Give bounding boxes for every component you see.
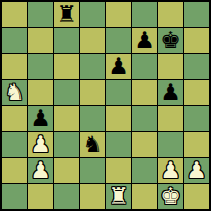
square-f3[interactable] xyxy=(132,132,157,157)
piece-white-pawn[interactable]: ♟ xyxy=(160,158,181,183)
square-g1[interactable]: ♚ xyxy=(158,184,183,209)
square-d6[interactable] xyxy=(80,54,105,79)
square-b5[interactable] xyxy=(28,80,53,105)
square-h1[interactable] xyxy=(184,184,209,209)
square-f1[interactable] xyxy=(132,184,157,209)
square-g4[interactable] xyxy=(158,106,183,131)
square-e1[interactable]: ♜ xyxy=(106,184,131,209)
square-h3[interactable] xyxy=(184,132,209,157)
square-g6[interactable] xyxy=(158,54,183,79)
square-b3[interactable]: ♟ xyxy=(28,132,53,157)
piece-black-king[interactable]: ♚ xyxy=(160,28,181,53)
square-g7[interactable]: ♚ xyxy=(158,28,183,53)
square-e2[interactable] xyxy=(106,158,131,183)
square-d3[interactable]: ♞ xyxy=(80,132,105,157)
square-h7[interactable] xyxy=(184,28,209,53)
square-b4[interactable]: ♟ xyxy=(28,106,53,131)
square-c7[interactable] xyxy=(54,28,79,53)
square-e5[interactable] xyxy=(106,80,131,105)
piece-white-rook[interactable]: ♜ xyxy=(108,184,129,209)
piece-white-king[interactable]: ♚ xyxy=(160,184,181,209)
square-f6[interactable] xyxy=(132,54,157,79)
square-f8[interactable] xyxy=(132,2,157,27)
piece-black-knight[interactable]: ♞ xyxy=(82,132,103,157)
square-h5[interactable] xyxy=(184,80,209,105)
square-d4[interactable] xyxy=(80,106,105,131)
piece-white-pawn[interactable]: ♟ xyxy=(186,158,207,183)
square-e3[interactable] xyxy=(106,132,131,157)
square-a8[interactable] xyxy=(2,2,27,27)
square-a3[interactable] xyxy=(2,132,27,157)
square-c1[interactable] xyxy=(54,184,79,209)
square-d5[interactable] xyxy=(80,80,105,105)
square-c2[interactable] xyxy=(54,158,79,183)
square-d8[interactable] xyxy=(80,2,105,27)
square-g5[interactable]: ♟ xyxy=(158,80,183,105)
square-a2[interactable] xyxy=(2,158,27,183)
square-a1[interactable] xyxy=(2,184,27,209)
square-d2[interactable] xyxy=(80,158,105,183)
piece-white-pawn[interactable]: ♟ xyxy=(30,158,51,183)
square-a4[interactable] xyxy=(2,106,27,131)
square-b6[interactable] xyxy=(28,54,53,79)
square-f2[interactable] xyxy=(132,158,157,183)
square-h6[interactable] xyxy=(184,54,209,79)
square-c3[interactable] xyxy=(54,132,79,157)
square-f4[interactable] xyxy=(132,106,157,131)
square-c4[interactable] xyxy=(54,106,79,131)
square-h8[interactable] xyxy=(184,2,209,27)
square-d7[interactable] xyxy=(80,28,105,53)
square-b7[interactable] xyxy=(28,28,53,53)
square-b2[interactable]: ♟ xyxy=(28,158,53,183)
square-f5[interactable] xyxy=(132,80,157,105)
square-c8[interactable]: ♜ xyxy=(54,2,79,27)
piece-black-pawn[interactable]: ♟ xyxy=(160,80,181,105)
square-b1[interactable] xyxy=(28,184,53,209)
piece-black-pawn[interactable]: ♟ xyxy=(134,28,155,53)
square-c5[interactable] xyxy=(54,80,79,105)
square-e8[interactable] xyxy=(106,2,131,27)
square-a5[interactable]: ♞ xyxy=(2,80,27,105)
square-g2[interactable]: ♟ xyxy=(158,158,183,183)
chess-board: ♜♟♚♟♞♟♟♟♞♟♟♟♜♚ xyxy=(0,0,211,211)
square-g3[interactable] xyxy=(158,132,183,157)
piece-black-pawn[interactable]: ♟ xyxy=(30,106,51,131)
piece-white-knight[interactable]: ♞ xyxy=(4,80,25,105)
square-a7[interactable] xyxy=(2,28,27,53)
square-d1[interactable] xyxy=(80,184,105,209)
square-a6[interactable] xyxy=(2,54,27,79)
square-e6[interactable]: ♟ xyxy=(106,54,131,79)
square-c6[interactable] xyxy=(54,54,79,79)
square-h2[interactable]: ♟ xyxy=(184,158,209,183)
square-e4[interactable] xyxy=(106,106,131,131)
square-h4[interactable] xyxy=(184,106,209,131)
square-b8[interactable] xyxy=(28,2,53,27)
square-e7[interactable] xyxy=(106,28,131,53)
piece-white-pawn[interactable]: ♟ xyxy=(30,132,51,157)
piece-black-rook[interactable]: ♜ xyxy=(56,2,77,27)
square-g8[interactable] xyxy=(158,2,183,27)
piece-black-pawn[interactable]: ♟ xyxy=(108,54,129,79)
square-f7[interactable]: ♟ xyxy=(132,28,157,53)
